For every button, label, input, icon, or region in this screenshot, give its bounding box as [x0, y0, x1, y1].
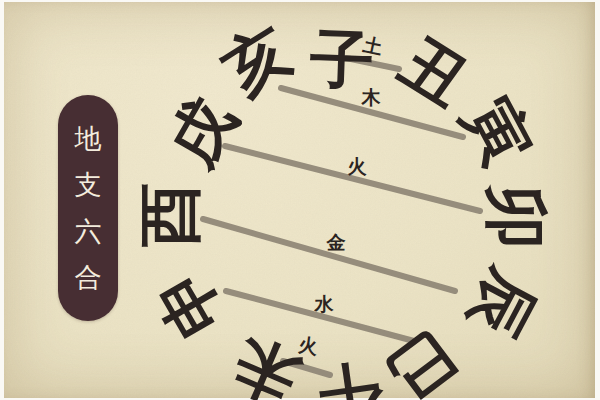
- branch-wu: 午: [314, 357, 386, 400]
- branch-mao: 卯: [484, 185, 548, 249]
- title-badge: 地支六合: [58, 95, 118, 321]
- badge-char-3: 合: [75, 264, 102, 291]
- branch-you: 酉: [138, 183, 202, 247]
- element-label-yin-hai-wood: 木: [362, 88, 381, 107]
- badge-char-0: 地: [75, 125, 102, 152]
- element-label-wu-wei-fire: 火: [297, 335, 318, 356]
- badge-char-1: 支: [75, 171, 102, 198]
- element-label-si-shen-water: 水: [315, 295, 334, 314]
- diagram-root: 子丑寅卯辰巳午未申酉戌亥 土木火金水火 地支六合: [0, 0, 600, 400]
- element-label-chen-you-metal: 金: [327, 233, 346, 252]
- badge-char-2: 六: [75, 218, 102, 245]
- diagram-content: 子丑寅卯辰巳午未申酉戌亥 土木火金水火 地支六合: [0, 0, 600, 400]
- element-label-zi-chou-earth: 土: [362, 35, 385, 58]
- element-label-mao-xu-fire: 火: [348, 157, 367, 176]
